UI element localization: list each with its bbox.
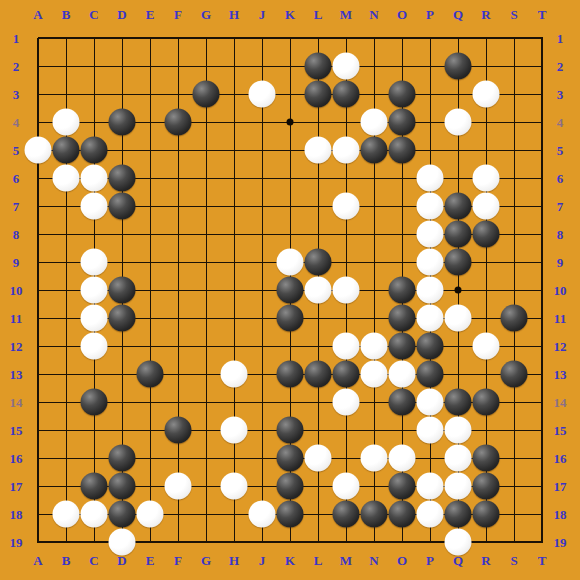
white-stone-D19 [109,529,136,556]
white-stone-P10 [417,277,444,304]
black-stone-R16 [473,445,500,472]
black-stone-O10 [389,277,416,304]
row-label-right-2: 2 [557,60,564,73]
white-stone-C9 [81,249,108,276]
white-stone-A5 [25,137,52,164]
black-stone-S11 [501,305,528,332]
black-stone-Q2 [445,53,472,80]
white-stone-M17 [333,473,360,500]
row-label-left-17: 17 [10,480,23,493]
star-point-Q10 [455,287,462,294]
row-label-right-7: 7 [557,200,564,213]
white-stone-H15 [221,417,248,444]
white-stone-K9 [277,249,304,276]
column-label-bottom-B: B [62,554,71,567]
row-label-right-6: 6 [557,172,564,185]
white-stone-Q17 [445,473,472,500]
black-stone-Q14 [445,389,472,416]
white-stone-C12 [81,333,108,360]
white-stone-J3 [249,81,276,108]
black-stone-R17 [473,473,500,500]
column-label-top-B: B [62,8,71,21]
row-label-left-2: 2 [13,60,20,73]
row-label-left-9: 9 [13,256,20,269]
white-stone-O13 [389,361,416,388]
row-label-left-14: 14 [10,396,23,409]
white-stone-C18 [81,501,108,528]
column-label-bottom-A: A [33,554,42,567]
black-stone-D16 [109,445,136,472]
black-stone-Q7 [445,193,472,220]
black-stone-Q18 [445,501,472,528]
row-label-left-11: 11 [10,312,22,325]
white-stone-Q11 [445,305,472,332]
black-stone-L13 [305,361,332,388]
black-stone-L9 [305,249,332,276]
black-stone-N5 [361,137,388,164]
white-stone-M10 [333,277,360,304]
white-stone-P7 [417,193,444,220]
column-label-bottom-O: O [397,554,407,567]
white-stone-M7 [333,193,360,220]
white-stone-P18 [417,501,444,528]
row-label-right-15: 15 [554,424,567,437]
white-stone-R6 [473,165,500,192]
black-stone-L3 [305,81,332,108]
row-label-right-9: 9 [557,256,564,269]
column-label-top-F: F [174,8,182,21]
black-stone-D17 [109,473,136,500]
column-label-bottom-F: F [174,554,182,567]
white-stone-F17 [165,473,192,500]
white-stone-P11 [417,305,444,332]
black-stone-C5 [81,137,108,164]
black-stone-F15 [165,417,192,444]
black-stone-P13 [417,361,444,388]
row-label-right-1: 1 [557,32,564,45]
black-stone-M3 [333,81,360,108]
white-stone-P9 [417,249,444,276]
row-label-left-5: 5 [13,144,20,157]
black-stone-K13 [277,361,304,388]
black-stone-Q8 [445,221,472,248]
row-label-left-15: 15 [10,424,23,437]
column-label-bottom-M: M [340,554,352,567]
column-label-top-E: E [146,8,155,21]
black-stone-K10 [277,277,304,304]
black-stone-K15 [277,417,304,444]
black-stone-C17 [81,473,108,500]
black-stone-K17 [277,473,304,500]
black-stone-D18 [109,501,136,528]
row-label-left-3: 3 [13,88,20,101]
black-stone-D7 [109,193,136,220]
white-stone-P8 [417,221,444,248]
column-label-top-S: S [510,8,517,21]
column-label-bottom-P: P [426,554,434,567]
row-label-right-11: 11 [554,312,566,325]
black-stone-B5 [53,137,80,164]
black-stone-L2 [305,53,332,80]
white-stone-C10 [81,277,108,304]
white-stone-Q16 [445,445,472,472]
row-label-left-4: 4 [13,116,20,129]
white-stone-Q19 [445,529,472,556]
white-stone-L16 [305,445,332,472]
white-stone-Q4 [445,109,472,136]
black-stone-O3 [389,81,416,108]
white-stone-C6 [81,165,108,192]
column-label-bottom-L: L [314,554,323,567]
white-stone-N4 [361,109,388,136]
white-stone-B18 [53,501,80,528]
column-label-bottom-K: K [285,554,295,567]
column-label-top-M: M [340,8,352,21]
white-stone-M5 [333,137,360,164]
column-label-top-J: J [259,8,266,21]
column-label-top-R: R [481,8,490,21]
column-label-top-D: D [117,8,126,21]
black-stone-R18 [473,501,500,528]
row-label-left-8: 8 [13,228,20,241]
column-label-bottom-R: R [481,554,490,567]
column-label-bottom-G: G [201,554,211,567]
white-stone-C7 [81,193,108,220]
row-label-right-12: 12 [554,340,567,353]
column-label-top-C: C [89,8,98,21]
white-stone-L10 [305,277,332,304]
black-stone-C14 [81,389,108,416]
column-label-bottom-S: S [510,554,517,567]
white-stone-L5 [305,137,332,164]
white-stone-N12 [361,333,388,360]
black-stone-E13 [137,361,164,388]
row-label-left-13: 13 [10,368,23,381]
white-stone-J18 [249,501,276,528]
column-label-top-Q: Q [453,8,463,21]
black-stone-F4 [165,109,192,136]
white-stone-H13 [221,361,248,388]
black-stone-D10 [109,277,136,304]
white-stone-P14 [417,389,444,416]
white-stone-P15 [417,417,444,444]
white-stone-Q15 [445,417,472,444]
white-stone-R3 [473,81,500,108]
grid-line-vertical [541,38,543,543]
column-label-top-L: L [314,8,323,21]
black-stone-O4 [389,109,416,136]
black-stone-O14 [389,389,416,416]
row-label-left-6: 6 [13,172,20,185]
column-label-bottom-E: E [146,554,155,567]
column-label-top-T: T [538,8,547,21]
row-label-left-18: 18 [10,508,23,521]
black-stone-R8 [473,221,500,248]
white-stone-E18 [137,501,164,528]
column-label-bottom-H: H [229,554,239,567]
grid-line-vertical [514,38,515,543]
black-stone-O18 [389,501,416,528]
black-stone-R14 [473,389,500,416]
white-stone-B4 [53,109,80,136]
white-stone-C11 [81,305,108,332]
white-stone-P6 [417,165,444,192]
grid-line-horizontal [38,346,543,347]
row-label-right-8: 8 [557,228,564,241]
white-stone-O16 [389,445,416,472]
black-stone-M13 [333,361,360,388]
black-stone-O12 [389,333,416,360]
white-stone-P17 [417,473,444,500]
column-label-bottom-T: T [538,554,547,567]
row-label-right-14: 14 [554,396,567,409]
white-stone-M12 [333,333,360,360]
column-label-top-K: K [285,8,295,21]
white-stone-R7 [473,193,500,220]
black-stone-O17 [389,473,416,500]
row-label-right-3: 3 [557,88,564,101]
white-stone-N13 [361,361,388,388]
black-stone-M18 [333,501,360,528]
black-stone-O5 [389,137,416,164]
column-label-bottom-J: J [259,554,266,567]
row-label-right-18: 18 [554,508,567,521]
row-label-left-19: 19 [10,536,23,549]
row-label-left-16: 16 [10,452,23,465]
black-stone-D11 [109,305,136,332]
black-stone-P12 [417,333,444,360]
white-stone-M2 [333,53,360,80]
row-label-right-10: 10 [554,284,567,297]
star-point-K4 [287,119,294,126]
column-label-top-P: P [426,8,434,21]
row-label-right-13: 13 [554,368,567,381]
black-stone-O11 [389,305,416,332]
column-label-bottom-N: N [369,554,378,567]
row-label-left-12: 12 [10,340,23,353]
black-stone-D4 [109,109,136,136]
black-stone-D6 [109,165,136,192]
black-stone-S13 [501,361,528,388]
black-stone-K11 [277,305,304,332]
column-label-bottom-C: C [89,554,98,567]
row-label-left-7: 7 [13,200,20,213]
white-stone-R12 [473,333,500,360]
row-label-right-5: 5 [557,144,564,157]
row-label-left-10: 10 [10,284,23,297]
row-label-right-19: 19 [554,536,567,549]
black-stone-Q9 [445,249,472,276]
white-stone-M14 [333,389,360,416]
row-label-left-1: 1 [13,32,20,45]
go-board[interactable]: AABBCCDDEEFFGGHHJJKKLLMMNNOOPPQQRRSSTT11… [0,0,580,580]
row-label-right-4: 4 [557,116,564,129]
column-label-top-H: H [229,8,239,21]
black-stone-K18 [277,501,304,528]
row-label-right-17: 17 [554,480,567,493]
white-stone-H17 [221,473,248,500]
black-stone-K16 [277,445,304,472]
column-label-top-N: N [369,8,378,21]
black-stone-N18 [361,501,388,528]
white-stone-N16 [361,445,388,472]
black-stone-G3 [193,81,220,108]
column-label-top-O: O [397,8,407,21]
row-label-right-16: 16 [554,452,567,465]
column-label-top-G: G [201,8,211,21]
white-stone-B6 [53,165,80,192]
column-label-top-A: A [33,8,42,21]
